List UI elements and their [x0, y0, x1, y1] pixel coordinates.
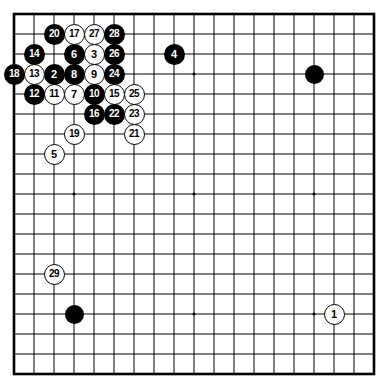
move-number: 21: [129, 129, 139, 139]
move-number: 4: [171, 49, 177, 60]
move-stone-black: 18: [4, 64, 25, 85]
move-number: 24: [109, 69, 119, 79]
move-number: 20: [49, 29, 59, 39]
move-stone-black: 26: [104, 44, 125, 65]
go-board: 1234567891011121314151617181920212223242…: [0, 0, 390, 390]
move-number: 12: [29, 89, 39, 99]
move-stone-black: 22: [104, 104, 125, 125]
move-number: 6: [71, 49, 77, 60]
move-number: 1: [331, 309, 337, 320]
move-stone-white: 7: [64, 84, 85, 105]
move-number: 16: [89, 109, 99, 119]
move-stone-white: 29: [44, 264, 65, 285]
move-number: 8: [71, 69, 77, 80]
move-number: 2: [51, 69, 57, 80]
move-stone-black: 8: [64, 64, 85, 85]
move-stone-white: 21: [124, 124, 145, 145]
move-stone-black: 4: [164, 44, 185, 65]
move-number: 9: [91, 69, 97, 80]
move-stone-white: 5: [44, 144, 65, 165]
stones-layer: 1234567891011121314151617181920212223242…: [4, 4, 384, 384]
move-number: 5: [51, 149, 57, 160]
move-stone-white: 9: [84, 64, 105, 85]
move-number: 23: [129, 109, 139, 119]
move-stone-white: 27: [84, 24, 105, 45]
move-stone-white: 11: [44, 84, 65, 105]
move-stone-white: 25: [124, 84, 145, 105]
move-number: 11: [49, 89, 58, 99]
move-number: 7: [71, 89, 77, 100]
move-stone-black: 10: [84, 84, 105, 105]
handicap-stone-black: [305, 65, 324, 84]
move-number: 10: [89, 89, 99, 99]
move-stone-black: 16: [84, 104, 105, 125]
move-number: 19: [69, 129, 79, 139]
move-stone-black: 14: [24, 44, 45, 65]
move-number: 14: [29, 49, 39, 59]
move-stone-white: 15: [104, 84, 125, 105]
move-number: 28: [109, 29, 119, 39]
move-number: 18: [9, 69, 19, 79]
move-number: 15: [109, 89, 119, 99]
move-stone-white: 17: [64, 24, 85, 45]
move-number: 27: [89, 29, 99, 39]
move-stone-white: 13: [24, 64, 45, 85]
move-number: 25: [129, 89, 139, 99]
move-stone-white: 23: [124, 104, 145, 125]
move-stone-white: 1: [324, 304, 345, 325]
move-stone-black: 24: [104, 64, 125, 85]
move-stone-black: 6: [64, 44, 85, 65]
move-number: 22: [109, 109, 119, 119]
move-stone-black: 20: [44, 24, 65, 45]
move-stone-black: 12: [24, 84, 45, 105]
move-number: 17: [69, 29, 79, 39]
move-number: 29: [49, 269, 59, 279]
move-number: 3: [91, 49, 97, 60]
move-stone-white: 3: [84, 44, 105, 65]
move-stone-black: 2: [44, 64, 65, 85]
handicap-stone-black: [65, 305, 84, 324]
move-number: 13: [29, 69, 39, 79]
move-stone-black: 28: [104, 24, 125, 45]
move-stone-white: 19: [64, 124, 85, 145]
move-number: 26: [109, 49, 119, 59]
